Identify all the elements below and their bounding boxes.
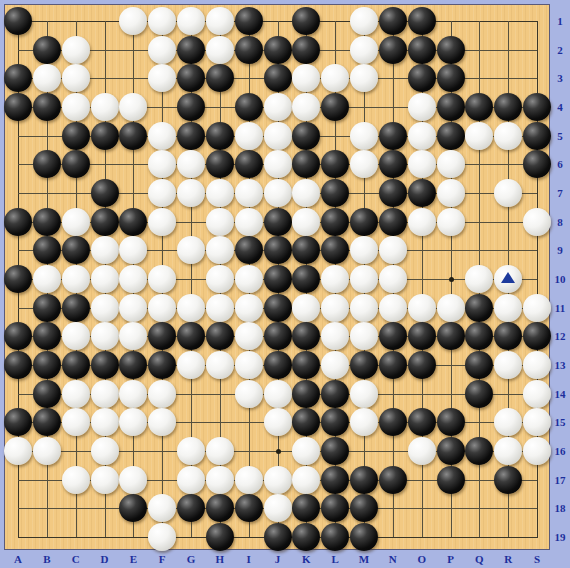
black-stone-N1[interactable] (379, 7, 407, 35)
black-stone-E8[interactable] (119, 208, 147, 236)
white-stone-I14[interactable] (235, 380, 263, 408)
black-stone-N7[interactable] (379, 179, 407, 207)
black-stone-P17[interactable] (437, 466, 465, 494)
white-stone-B3[interactable] (33, 64, 61, 92)
last-move-triangle-marker (501, 272, 515, 283)
black-stone-I1[interactable] (235, 7, 263, 35)
white-stone-P6[interactable] (437, 150, 465, 178)
white-stone-H11[interactable] (206, 294, 234, 322)
black-stone-C6[interactable] (62, 150, 90, 178)
row-label-15: 15 (551, 416, 569, 428)
white-stone-J18[interactable] (264, 494, 292, 522)
white-stone-K11[interactable] (292, 294, 320, 322)
white-stone-G11[interactable] (177, 294, 205, 322)
black-stone-B11[interactable] (33, 294, 61, 322)
white-stone-H8[interactable] (206, 208, 234, 236)
row-label-19: 19 (551, 531, 569, 543)
white-stone-F8[interactable] (148, 208, 176, 236)
row-label-12: 12 (551, 330, 569, 342)
black-stone-J2[interactable] (264, 36, 292, 64)
black-stone-O12[interactable] (408, 322, 436, 350)
column-label-M: M (354, 552, 374, 566)
black-stone-L19[interactable] (321, 523, 349, 551)
black-stone-P16[interactable] (437, 437, 465, 465)
white-stone-H2[interactable] (206, 36, 234, 64)
black-stone-I2[interactable] (235, 36, 263, 64)
black-stone-L4[interactable] (321, 93, 349, 121)
white-stone-J4[interactable] (264, 93, 292, 121)
black-stone-M19[interactable] (350, 523, 378, 551)
black-stone-R4[interactable] (494, 93, 522, 121)
white-stone-M5[interactable] (350, 122, 378, 150)
white-stone-R16[interactable] (494, 437, 522, 465)
white-stone-M1[interactable] (350, 7, 378, 35)
black-stone-C13[interactable] (62, 351, 90, 379)
column-label-Q: Q (469, 552, 489, 566)
black-stone-N8[interactable] (379, 208, 407, 236)
row-label-18: 18 (551, 502, 569, 514)
row-label-2: 2 (551, 44, 569, 56)
white-stone-E17[interactable] (119, 466, 147, 494)
white-stone-H17[interactable] (206, 466, 234, 494)
black-stone-P5[interactable] (437, 122, 465, 150)
column-label-S: S (527, 552, 547, 566)
black-stone-B12[interactable] (33, 322, 61, 350)
white-stone-J6[interactable] (264, 150, 292, 178)
black-stone-E5[interactable] (119, 122, 147, 150)
black-stone-R17[interactable] (494, 466, 522, 494)
white-stone-L10[interactable] (321, 265, 349, 293)
black-stone-A8[interactable] (4, 208, 32, 236)
black-stone-G4[interactable] (177, 93, 205, 121)
black-stone-A10[interactable] (4, 265, 32, 293)
black-stone-O3[interactable] (408, 64, 436, 92)
black-stone-B13[interactable] (33, 351, 61, 379)
black-stone-K2[interactable] (292, 36, 320, 64)
black-stone-H3[interactable] (206, 64, 234, 92)
black-stone-N15[interactable] (379, 408, 407, 436)
black-stone-I6[interactable] (235, 150, 263, 178)
black-stone-P4[interactable] (437, 93, 465, 121)
white-stone-M2[interactable] (350, 36, 378, 64)
white-stone-F7[interactable] (148, 179, 176, 207)
row-label-7: 7 (551, 187, 569, 199)
white-stone-O6[interactable] (408, 150, 436, 178)
white-stone-J14[interactable] (264, 380, 292, 408)
white-stone-D10[interactable] (91, 265, 119, 293)
white-stone-R13[interactable] (494, 351, 522, 379)
black-stone-D13[interactable] (91, 351, 119, 379)
white-stone-M11[interactable] (350, 294, 378, 322)
black-stone-P12[interactable] (437, 322, 465, 350)
black-stone-K5[interactable] (292, 122, 320, 150)
white-stone-O5[interactable] (408, 122, 436, 150)
white-stone-I11[interactable] (235, 294, 263, 322)
white-stone-J15[interactable] (264, 408, 292, 436)
white-stone-I5[interactable] (235, 122, 263, 150)
white-stone-S11[interactable] (523, 294, 551, 322)
white-stone-G7[interactable] (177, 179, 205, 207)
black-stone-J13[interactable] (264, 351, 292, 379)
row-label-9: 9 (551, 244, 569, 256)
black-stone-I9[interactable] (235, 236, 263, 264)
white-stone-B10[interactable] (33, 265, 61, 293)
white-stone-F11[interactable] (148, 294, 176, 322)
white-stone-O16[interactable] (408, 437, 436, 465)
black-stone-B4[interactable] (33, 93, 61, 121)
column-label-B: B (37, 552, 57, 566)
white-stone-B16[interactable] (33, 437, 61, 465)
black-stone-B9[interactable] (33, 236, 61, 264)
black-stone-Q14[interactable] (465, 380, 493, 408)
black-stone-N17[interactable] (379, 466, 407, 494)
white-stone-N11[interactable] (379, 294, 407, 322)
black-stone-N12[interactable] (379, 322, 407, 350)
column-label-H: H (210, 552, 230, 566)
white-stone-N10[interactable] (379, 265, 407, 293)
white-stone-J7[interactable] (264, 179, 292, 207)
white-stone-Q5[interactable] (465, 122, 493, 150)
black-stone-G5[interactable] (177, 122, 205, 150)
row-label-3: 3 (551, 72, 569, 84)
row-label-10: 10 (551, 273, 569, 285)
white-stone-R11[interactable] (494, 294, 522, 322)
white-stone-I7[interactable] (235, 179, 263, 207)
white-stone-G13[interactable] (177, 351, 205, 379)
black-stone-H12[interactable] (206, 322, 234, 350)
black-stone-A1[interactable] (4, 7, 32, 35)
white-stone-C12[interactable] (62, 322, 90, 350)
white-stone-H13[interactable] (206, 351, 234, 379)
white-stone-A16[interactable] (4, 437, 32, 465)
black-stone-Q11[interactable] (465, 294, 493, 322)
black-stone-C5[interactable] (62, 122, 90, 150)
column-label-I: I (239, 552, 259, 566)
row-label-11: 11 (551, 302, 569, 314)
black-stone-P15[interactable] (437, 408, 465, 436)
black-stone-A4[interactable] (4, 93, 32, 121)
black-stone-O1[interactable] (408, 7, 436, 35)
black-stone-H18[interactable] (206, 494, 234, 522)
black-stone-O15[interactable] (408, 408, 436, 436)
black-stone-G2[interactable] (177, 36, 205, 64)
white-stone-J5[interactable] (264, 122, 292, 150)
black-stone-J10[interactable] (264, 265, 292, 293)
white-stone-C4[interactable] (62, 93, 90, 121)
white-stone-D11[interactable] (91, 294, 119, 322)
black-stone-H19[interactable] (206, 523, 234, 551)
black-stone-O7[interactable] (408, 179, 436, 207)
white-stone-K17[interactable] (292, 466, 320, 494)
row-label-8: 8 (551, 216, 569, 228)
black-stone-H5[interactable] (206, 122, 234, 150)
white-stone-J17[interactable] (264, 466, 292, 494)
black-stone-L7[interactable] (321, 179, 349, 207)
column-label-O: O (412, 552, 432, 566)
black-stone-J8[interactable] (264, 208, 292, 236)
star-point-J16 (276, 449, 281, 454)
black-stone-M17[interactable] (350, 466, 378, 494)
black-stone-B15[interactable] (33, 408, 61, 436)
column-label-E: E (123, 552, 143, 566)
column-label-P: P (441, 552, 461, 566)
white-stone-H16[interactable] (206, 437, 234, 465)
white-stone-O4[interactable] (408, 93, 436, 121)
black-stone-N6[interactable] (379, 150, 407, 178)
row-label-14: 14 (551, 388, 569, 400)
black-stone-N2[interactable] (379, 36, 407, 64)
star-point-P10 (449, 277, 454, 282)
go-board-window: ABCDEFGHIJKLMNOPQRS123456789101112131415… (0, 0, 570, 568)
black-stone-C9[interactable] (62, 236, 90, 264)
black-stone-I18[interactable] (235, 494, 263, 522)
white-stone-D17[interactable] (91, 466, 119, 494)
white-stone-I13[interactable] (235, 351, 263, 379)
white-stone-D14[interactable] (91, 380, 119, 408)
black-stone-P3[interactable] (437, 64, 465, 92)
white-stone-C2[interactable] (62, 36, 90, 64)
white-stone-I12[interactable] (235, 322, 263, 350)
white-stone-F2[interactable] (148, 36, 176, 64)
black-stone-J12[interactable] (264, 322, 292, 350)
column-label-C: C (66, 552, 86, 566)
black-stone-L8[interactable] (321, 208, 349, 236)
white-stone-O8[interactable] (408, 208, 436, 236)
black-stone-K14[interactable] (292, 380, 320, 408)
white-stone-S14[interactable] (523, 380, 551, 408)
black-stone-D8[interactable] (91, 208, 119, 236)
white-stone-C3[interactable] (62, 64, 90, 92)
white-stone-R5[interactable] (494, 122, 522, 150)
black-stone-N13[interactable] (379, 351, 407, 379)
white-stone-C10[interactable] (62, 265, 90, 293)
white-stone-F5[interactable] (148, 122, 176, 150)
white-stone-D9[interactable] (91, 236, 119, 264)
white-stone-C17[interactable] (62, 466, 90, 494)
white-stone-M10[interactable] (350, 265, 378, 293)
black-stone-H6[interactable] (206, 150, 234, 178)
black-stone-P2[interactable] (437, 36, 465, 64)
white-stone-P7[interactable] (437, 179, 465, 207)
white-stone-D12[interactable] (91, 322, 119, 350)
column-label-F: F (152, 552, 172, 566)
black-stone-B8[interactable] (33, 208, 61, 236)
black-stone-D5[interactable] (91, 122, 119, 150)
black-stone-J9[interactable] (264, 236, 292, 264)
white-stone-I8[interactable] (235, 208, 263, 236)
black-stone-J19[interactable] (264, 523, 292, 551)
column-label-J: J (268, 552, 288, 566)
black-stone-O13[interactable] (408, 351, 436, 379)
black-stone-M13[interactable] (350, 351, 378, 379)
white-stone-M14[interactable] (350, 380, 378, 408)
black-stone-D7[interactable] (91, 179, 119, 207)
column-label-K: K (296, 552, 316, 566)
black-stone-L17[interactable] (321, 466, 349, 494)
white-stone-F10[interactable] (148, 265, 176, 293)
black-stone-S4[interactable] (523, 93, 551, 121)
white-stone-S16[interactable] (523, 437, 551, 465)
row-label-4: 4 (551, 101, 569, 113)
white-stone-F19[interactable] (148, 523, 176, 551)
white-stone-E14[interactable] (119, 380, 147, 408)
white-stone-R7[interactable] (494, 179, 522, 207)
row-label-6: 6 (551, 158, 569, 170)
white-stone-G17[interactable] (177, 466, 205, 494)
black-stone-L16[interactable] (321, 437, 349, 465)
black-stone-L14[interactable] (321, 380, 349, 408)
row-label-13: 13 (551, 359, 569, 371)
white-stone-O11[interactable] (408, 294, 436, 322)
white-stone-C14[interactable] (62, 380, 90, 408)
white-stone-H7[interactable] (206, 179, 234, 207)
white-stone-H9[interactable] (206, 236, 234, 264)
white-stone-P8[interactable] (437, 208, 465, 236)
black-stone-O2[interactable] (408, 36, 436, 64)
white-stone-K8[interactable] (292, 208, 320, 236)
white-stone-F1[interactable] (148, 7, 176, 35)
black-stone-N5[interactable] (379, 122, 407, 150)
column-label-G: G (181, 552, 201, 566)
white-stone-D16[interactable] (91, 437, 119, 465)
black-stone-B2[interactable] (33, 36, 61, 64)
row-label-16: 16 (551, 445, 569, 457)
white-stone-N9[interactable] (379, 236, 407, 264)
white-stone-C8[interactable] (62, 208, 90, 236)
white-stone-G16[interactable] (177, 437, 205, 465)
black-stone-J11[interactable] (264, 294, 292, 322)
black-stone-A13[interactable] (4, 351, 32, 379)
white-stone-P11[interactable] (437, 294, 465, 322)
white-stone-E11[interactable] (119, 294, 147, 322)
white-stone-I17[interactable] (235, 466, 263, 494)
white-stone-S13[interactable] (523, 351, 551, 379)
white-stone-H10[interactable] (206, 265, 234, 293)
black-stone-C11[interactable] (62, 294, 90, 322)
white-stone-G1[interactable] (177, 7, 205, 35)
column-label-A: A (8, 552, 28, 566)
white-stone-H1[interactable] (206, 7, 234, 35)
white-stone-L13[interactable] (321, 351, 349, 379)
black-stone-I4[interactable] (235, 93, 263, 121)
row-label-1: 1 (551, 15, 569, 27)
white-stone-F14[interactable] (148, 380, 176, 408)
white-stone-S8[interactable] (523, 208, 551, 236)
black-stone-J3[interactable] (264, 64, 292, 92)
column-label-D: D (95, 552, 115, 566)
column-label-N: N (383, 552, 403, 566)
black-stone-M8[interactable] (350, 208, 378, 236)
white-stone-C15[interactable] (62, 408, 90, 436)
white-stone-D4[interactable] (91, 93, 119, 121)
black-stone-S5[interactable] (523, 122, 551, 150)
white-stone-I10[interactable] (235, 265, 263, 293)
black-stone-B14[interactable] (33, 380, 61, 408)
column-label-R: R (498, 552, 518, 566)
white-stone-L11[interactable] (321, 294, 349, 322)
black-stone-F13[interactable] (148, 351, 176, 379)
black-stone-B6[interactable] (33, 150, 61, 178)
row-label-17: 17 (551, 474, 569, 486)
column-label-L: L (325, 552, 345, 566)
white-stone-D15[interactable] (91, 408, 119, 436)
row-label-5: 5 (551, 130, 569, 142)
